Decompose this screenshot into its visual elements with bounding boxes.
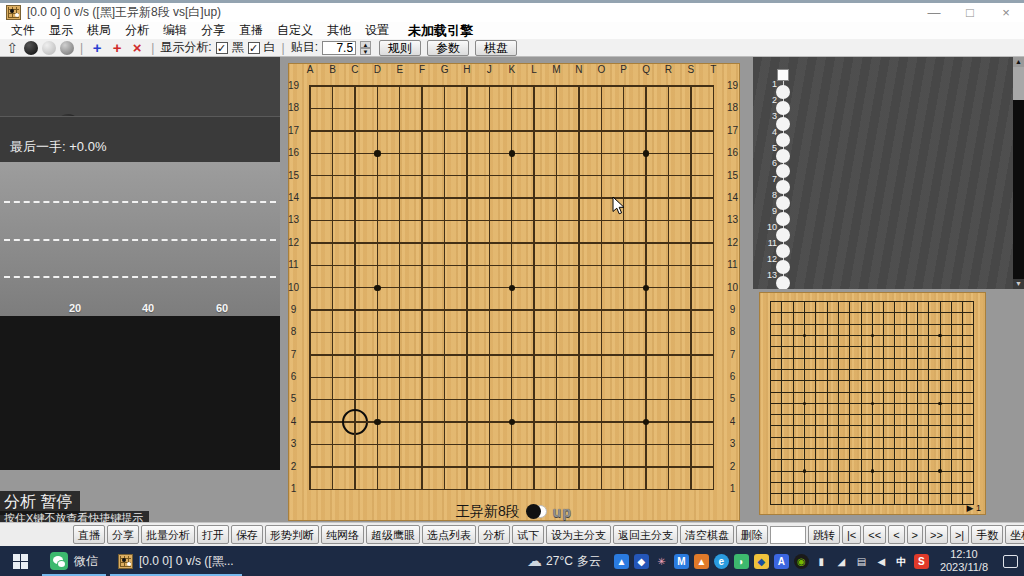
menu-自定义[interactable]: 自定义 bbox=[270, 22, 320, 39]
board-cell-Q12[interactable] bbox=[635, 232, 657, 254]
board-cell-G17[interactable] bbox=[433, 120, 455, 142]
board-cell-D4[interactable] bbox=[799, 465, 810, 476]
board-cell-P2[interactable] bbox=[612, 456, 634, 478]
board-cell-C6[interactable] bbox=[788, 443, 799, 454]
board-cell-H17[interactable] bbox=[456, 120, 478, 142]
scroll-down-icon[interactable]: ▼ bbox=[1013, 279, 1024, 289]
board-cell-H3[interactable] bbox=[456, 433, 478, 455]
board-cell-O13[interactable] bbox=[590, 209, 612, 231]
board-cell-L18[interactable] bbox=[878, 307, 889, 318]
toolbar-button-棋盘[interactable]: 棋盘 bbox=[475, 40, 517, 56]
board-cell-A19[interactable] bbox=[765, 296, 776, 307]
board-cell-T14[interactable] bbox=[702, 187, 724, 209]
board-cell-F4[interactable] bbox=[411, 411, 433, 433]
board-cell-L13[interactable] bbox=[523, 209, 545, 231]
white-analysis-checkbox[interactable]: ✓ bbox=[248, 42, 260, 54]
board-cell-O4[interactable] bbox=[912, 465, 923, 476]
bottom-button-设为主分支[interactable]: 设为主分支 bbox=[546, 525, 611, 544]
board-cell-L18[interactable] bbox=[523, 97, 545, 119]
board-cell-P3[interactable] bbox=[923, 477, 934, 488]
board-cell-K8[interactable] bbox=[501, 321, 523, 343]
board-cell-R11[interactable] bbox=[657, 254, 679, 276]
upload-arrow-icon[interactable]: ⇧ bbox=[4, 40, 20, 56]
board-cell-D17[interactable] bbox=[799, 319, 810, 330]
board-cell-J17[interactable] bbox=[478, 120, 500, 142]
board-cell-A6[interactable] bbox=[299, 366, 321, 388]
board-cell-O12[interactable] bbox=[912, 375, 923, 386]
board-cell-G19[interactable] bbox=[833, 296, 844, 307]
board-cell-L10[interactable] bbox=[878, 398, 889, 409]
board-cell-G16[interactable] bbox=[833, 330, 844, 341]
board-cell-H19[interactable] bbox=[844, 296, 855, 307]
board-cell-J6[interactable] bbox=[855, 443, 866, 454]
board-cell-K3[interactable] bbox=[501, 433, 523, 455]
board-cell-S12[interactable] bbox=[957, 375, 968, 386]
board-cell-T18[interactable] bbox=[702, 97, 724, 119]
board-cell-N18[interactable] bbox=[568, 97, 590, 119]
board-cell-K11[interactable] bbox=[501, 254, 523, 276]
board-cell-F13[interactable] bbox=[821, 364, 832, 375]
board-cell-P18[interactable] bbox=[923, 307, 934, 318]
board-cell-N1[interactable] bbox=[568, 478, 590, 500]
board-cell-D19[interactable] bbox=[799, 296, 810, 307]
board-cell-K4[interactable] bbox=[867, 465, 878, 476]
board-cell-O7[interactable] bbox=[912, 432, 923, 443]
board-cell-E8[interactable] bbox=[810, 420, 821, 431]
board-cell-M2[interactable] bbox=[545, 456, 567, 478]
board-cell-R15[interactable] bbox=[657, 165, 679, 187]
board-cell-E10[interactable] bbox=[810, 398, 821, 409]
komi-input[interactable] bbox=[322, 41, 356, 55]
board-cell-E2[interactable] bbox=[810, 488, 821, 499]
board-cell-B12[interactable] bbox=[321, 232, 343, 254]
board-cell-Q4[interactable] bbox=[635, 411, 657, 433]
board-cell-F6[interactable] bbox=[411, 366, 433, 388]
board-cell-Q17[interactable] bbox=[635, 120, 657, 142]
board-cell-T8[interactable] bbox=[968, 420, 979, 431]
board-cell-B18[interactable] bbox=[776, 307, 787, 318]
board-cell-M9[interactable] bbox=[545, 299, 567, 321]
board-cell-L15[interactable] bbox=[878, 341, 889, 352]
board-cell-F19[interactable] bbox=[411, 75, 433, 97]
board-cell-D6[interactable] bbox=[799, 443, 810, 454]
board-cell-Q8[interactable] bbox=[934, 420, 945, 431]
board-cell-A14[interactable] bbox=[299, 187, 321, 209]
board-cell-L3[interactable] bbox=[523, 433, 545, 455]
board-cell-F7[interactable] bbox=[411, 344, 433, 366]
board-cell-E12[interactable] bbox=[389, 232, 411, 254]
bottom-button-<<[interactable]: << bbox=[863, 525, 886, 544]
board-cell-K19[interactable] bbox=[501, 75, 523, 97]
board-cell-A19[interactable] bbox=[299, 75, 321, 97]
board-cell-R9[interactable] bbox=[657, 299, 679, 321]
board-cell-J11[interactable] bbox=[855, 386, 866, 397]
board-cell-S7[interactable] bbox=[680, 344, 702, 366]
board-cell-E10[interactable] bbox=[389, 277, 411, 299]
board-cell-Q1[interactable] bbox=[635, 478, 657, 500]
board-cell-G14[interactable] bbox=[833, 352, 844, 363]
board-cell-M4[interactable] bbox=[889, 465, 900, 476]
board-cell-C18[interactable] bbox=[788, 307, 799, 318]
board-cell-M12[interactable] bbox=[545, 232, 567, 254]
board-cell-P6[interactable] bbox=[612, 366, 634, 388]
board-cell-T4[interactable] bbox=[702, 411, 724, 433]
board-cell-Q5[interactable] bbox=[635, 388, 657, 410]
board-cell-F15[interactable] bbox=[411, 165, 433, 187]
board-cell-D7[interactable] bbox=[799, 432, 810, 443]
board-cell-A8[interactable] bbox=[765, 420, 776, 431]
red-x-icon[interactable]: × bbox=[129, 41, 145, 55]
board-cell-M13[interactable] bbox=[545, 209, 567, 231]
board-cell-P7[interactable] bbox=[923, 432, 934, 443]
board-cell-C12[interactable] bbox=[788, 375, 799, 386]
board-cell-C13[interactable] bbox=[344, 209, 366, 231]
ime-lang-tray-icon[interactable]: 中 bbox=[894, 554, 909, 569]
board-cell-A14[interactable] bbox=[765, 352, 776, 363]
board-cell-O5[interactable] bbox=[912, 454, 923, 465]
board-cell-E3[interactable] bbox=[810, 477, 821, 488]
board-cell-B9[interactable] bbox=[321, 299, 343, 321]
board-cell-M18[interactable] bbox=[889, 307, 900, 318]
board-cell-G19[interactable] bbox=[433, 75, 455, 97]
board-cell-A16[interactable] bbox=[299, 142, 321, 164]
board-cell-H8[interactable] bbox=[456, 321, 478, 343]
board-cell-L4[interactable] bbox=[878, 465, 889, 476]
board-cell-G1[interactable] bbox=[433, 478, 455, 500]
board-cell-H18[interactable] bbox=[456, 97, 478, 119]
board-cell-G2[interactable] bbox=[833, 488, 844, 499]
bottom-button-手数[interactable]: 手数 bbox=[971, 525, 1003, 544]
board-cell-E16[interactable] bbox=[810, 330, 821, 341]
board-cell-D2[interactable] bbox=[366, 456, 388, 478]
board-cell-J3[interactable] bbox=[855, 477, 866, 488]
board-cell-B10[interactable] bbox=[321, 277, 343, 299]
board-cell-O18[interactable] bbox=[590, 97, 612, 119]
board-cell-N7[interactable] bbox=[568, 344, 590, 366]
board-cell-E7[interactable] bbox=[389, 344, 411, 366]
board-cell-B2[interactable] bbox=[776, 488, 787, 499]
board-cell-P14[interactable] bbox=[923, 352, 934, 363]
board-cell-T3[interactable] bbox=[702, 433, 724, 455]
board-cell-K6[interactable] bbox=[867, 443, 878, 454]
board-cell-H3[interactable] bbox=[844, 477, 855, 488]
board-cell-J9[interactable] bbox=[478, 299, 500, 321]
board-cell-Q10[interactable] bbox=[934, 398, 945, 409]
board-cell-K14[interactable] bbox=[867, 352, 878, 363]
board-cell-A12[interactable] bbox=[765, 375, 776, 386]
board-cell-L16[interactable] bbox=[878, 330, 889, 341]
board-cell-J5[interactable] bbox=[478, 388, 500, 410]
board-cell-P11[interactable] bbox=[612, 254, 634, 276]
board-cell-O18[interactable] bbox=[912, 307, 923, 318]
board-cell-K15[interactable] bbox=[867, 341, 878, 352]
board-cell-H15[interactable] bbox=[456, 165, 478, 187]
board-cell-J2[interactable] bbox=[855, 488, 866, 499]
board-cell-B18[interactable] bbox=[321, 97, 343, 119]
board-cell-H16[interactable] bbox=[456, 142, 478, 164]
board-cell-B3[interactable] bbox=[776, 477, 787, 488]
board-cell-S8[interactable] bbox=[680, 321, 702, 343]
board-cell-G3[interactable] bbox=[833, 477, 844, 488]
board-cell-Q18[interactable] bbox=[934, 307, 945, 318]
board-cell-C5[interactable] bbox=[788, 454, 799, 465]
board-cell-A9[interactable] bbox=[299, 299, 321, 321]
board-cell-F12[interactable] bbox=[821, 375, 832, 386]
board-cell-C4[interactable] bbox=[788, 465, 799, 476]
board-cell-S11[interactable] bbox=[957, 386, 968, 397]
board-cell-O11[interactable] bbox=[912, 386, 923, 397]
board-cell-S10[interactable] bbox=[957, 398, 968, 409]
taskbar-clock[interactable]: 12:10 2023/11/8 bbox=[934, 548, 994, 574]
board-cell-O5[interactable] bbox=[590, 388, 612, 410]
board-cell-C18[interactable] bbox=[344, 97, 366, 119]
board-cell-H2[interactable] bbox=[844, 488, 855, 499]
board-cell-S18[interactable] bbox=[680, 97, 702, 119]
board-cell-P9[interactable] bbox=[612, 299, 634, 321]
board-cell-P12[interactable] bbox=[612, 232, 634, 254]
board-cell-K15[interactable] bbox=[501, 165, 523, 187]
scroll-up-icon[interactable]: ▲ bbox=[1013, 57, 1024, 67]
board-cell-K5[interactable] bbox=[501, 388, 523, 410]
board-cell-H4[interactable] bbox=[844, 465, 855, 476]
board-cell-K9[interactable] bbox=[501, 299, 523, 321]
bottom-button-|<[interactable]: |< bbox=[842, 525, 861, 544]
gray-stone-tool-icon[interactable] bbox=[42, 41, 56, 55]
board-cell-N11[interactable] bbox=[901, 386, 912, 397]
move-tree-node-10[interactable] bbox=[776, 228, 790, 242]
board-cell-L7[interactable] bbox=[878, 432, 889, 443]
board-cell-K11[interactable] bbox=[867, 386, 878, 397]
board-cell-T11[interactable] bbox=[702, 254, 724, 276]
board-cell-J19[interactable] bbox=[478, 75, 500, 97]
board-cell-M9[interactable] bbox=[889, 409, 900, 420]
board-cell-L16[interactable] bbox=[523, 142, 545, 164]
board-cell-K5[interactable] bbox=[867, 454, 878, 465]
board-cell-C2[interactable] bbox=[344, 456, 366, 478]
toolbar-button-参数[interactable]: 参数 bbox=[427, 40, 469, 56]
move-tree-panel[interactable]: 12345678910111213 bbox=[753, 57, 1013, 289]
board-cell-T12[interactable] bbox=[702, 232, 724, 254]
board-cell-P18[interactable] bbox=[612, 97, 634, 119]
board-cell-J15[interactable] bbox=[855, 341, 866, 352]
board-cell-G5[interactable] bbox=[833, 454, 844, 465]
defender-tray-icon[interactable]: ◆ bbox=[754, 554, 769, 569]
board-cell-H6[interactable] bbox=[844, 443, 855, 454]
board-cell-P2[interactable] bbox=[923, 488, 934, 499]
board-cell-S18[interactable] bbox=[957, 307, 968, 318]
board-cell-G1[interactable] bbox=[833, 499, 844, 510]
board-cell-T13[interactable] bbox=[702, 209, 724, 231]
board-cell-M8[interactable] bbox=[545, 321, 567, 343]
board-cell-M15[interactable] bbox=[889, 341, 900, 352]
board-cell-O10[interactable] bbox=[590, 277, 612, 299]
board-cell-T17[interactable] bbox=[702, 120, 724, 142]
board-cell-M1[interactable] bbox=[889, 499, 900, 510]
board-cell-Q13[interactable] bbox=[635, 209, 657, 231]
board-cell-P1[interactable] bbox=[923, 499, 934, 510]
board-cell-G6[interactable] bbox=[833, 443, 844, 454]
board-cell-J15[interactable] bbox=[478, 165, 500, 187]
board-cell-R1[interactable] bbox=[657, 478, 679, 500]
board-cell-D19[interactable] bbox=[366, 75, 388, 97]
board-cell-P8[interactable] bbox=[923, 420, 934, 431]
board-cell-O14[interactable] bbox=[590, 187, 612, 209]
board-cell-B15[interactable] bbox=[776, 341, 787, 352]
board-cell-M11[interactable] bbox=[889, 386, 900, 397]
board-cell-C1[interactable] bbox=[788, 499, 799, 510]
board-cell-P10[interactable] bbox=[612, 277, 634, 299]
board-cell-O6[interactable] bbox=[912, 443, 923, 454]
board-cell-T15[interactable] bbox=[968, 341, 979, 352]
board-cell-P12[interactable] bbox=[923, 375, 934, 386]
red-cross-icon[interactable]: + bbox=[109, 41, 125, 55]
board-cell-J3[interactable] bbox=[478, 433, 500, 455]
board-cell-O9[interactable] bbox=[912, 409, 923, 420]
sogou-tray-icon[interactable]: S bbox=[914, 554, 929, 569]
board-cell-O19[interactable] bbox=[912, 296, 923, 307]
board-cell-N8[interactable] bbox=[901, 420, 912, 431]
board-cell-J10[interactable] bbox=[478, 277, 500, 299]
board-cell-M3[interactable] bbox=[889, 477, 900, 488]
board-cell-B4[interactable] bbox=[321, 411, 343, 433]
board-cell-N7[interactable] bbox=[901, 432, 912, 443]
board-cell-O8[interactable] bbox=[590, 321, 612, 343]
board-cell-N15[interactable] bbox=[568, 165, 590, 187]
board-cell-D11[interactable] bbox=[799, 386, 810, 397]
board-cell-K7[interactable] bbox=[867, 432, 878, 443]
board-cell-K4[interactable] bbox=[501, 411, 523, 433]
board-cell-G9[interactable] bbox=[433, 299, 455, 321]
board-cell-H1[interactable] bbox=[456, 478, 478, 500]
board-cell-S17[interactable] bbox=[680, 120, 702, 142]
board-cell-R13[interactable] bbox=[946, 364, 957, 375]
board-cell-M3[interactable] bbox=[545, 433, 567, 455]
board-cell-T7[interactable] bbox=[702, 344, 724, 366]
board-cell-R9[interactable] bbox=[946, 409, 957, 420]
board-cell-S5[interactable] bbox=[957, 454, 968, 465]
board-cell-Q3[interactable] bbox=[934, 477, 945, 488]
board-cell-B19[interactable] bbox=[776, 296, 787, 307]
board-cell-N18[interactable] bbox=[901, 307, 912, 318]
move-tree-node-3[interactable] bbox=[776, 117, 790, 131]
board-cell-R7[interactable] bbox=[946, 432, 957, 443]
board-cell-R15[interactable] bbox=[946, 341, 957, 352]
black-stone-tool-icon[interactable] bbox=[24, 41, 38, 55]
board-cell-F12[interactable] bbox=[411, 232, 433, 254]
board-cell-T7[interactable] bbox=[968, 432, 979, 443]
board-cell-C7[interactable] bbox=[344, 344, 366, 366]
media-tray-icon[interactable]: ▲ bbox=[694, 554, 709, 569]
board-cell-F18[interactable] bbox=[821, 307, 832, 318]
board-cell-F2[interactable] bbox=[821, 488, 832, 499]
dark-stone-tool-icon[interactable] bbox=[60, 41, 74, 55]
board-cell-G10[interactable] bbox=[433, 277, 455, 299]
board-cell-E5[interactable] bbox=[810, 454, 821, 465]
board-cell-Q8[interactable] bbox=[635, 321, 657, 343]
wifi-tray-icon[interactable]: ◢ bbox=[834, 554, 849, 569]
board-cell-A1[interactable] bbox=[765, 499, 776, 510]
board-cell-A1[interactable] bbox=[299, 478, 321, 500]
board-cell-B19[interactable] bbox=[321, 75, 343, 97]
board-cell-R11[interactable] bbox=[946, 386, 957, 397]
board-cell-B11[interactable] bbox=[321, 254, 343, 276]
board-cell-N12[interactable] bbox=[568, 232, 590, 254]
menu-编辑[interactable]: 编辑 bbox=[156, 22, 194, 39]
board-cell-H7[interactable] bbox=[844, 432, 855, 443]
board-cell-A7[interactable] bbox=[299, 344, 321, 366]
board-cell-M11[interactable] bbox=[545, 254, 567, 276]
board-cell-K1[interactable] bbox=[867, 499, 878, 510]
board-cell-C15[interactable] bbox=[788, 341, 799, 352]
board-cell-Q7[interactable] bbox=[934, 432, 945, 443]
board-cell-C19[interactable] bbox=[344, 75, 366, 97]
board-cell-H11[interactable] bbox=[456, 254, 478, 276]
board-cell-O16[interactable] bbox=[912, 330, 923, 341]
board-cell-O12[interactable] bbox=[590, 232, 612, 254]
board-cell-M7[interactable] bbox=[889, 432, 900, 443]
start-button[interactable] bbox=[0, 546, 40, 576]
board-cell-K17[interactable] bbox=[501, 120, 523, 142]
board-cell-S7[interactable] bbox=[957, 432, 968, 443]
board-cell-C9[interactable] bbox=[344, 299, 366, 321]
board-cell-A5[interactable] bbox=[299, 388, 321, 410]
board-cell-C14[interactable] bbox=[344, 187, 366, 209]
komi-spinner[interactable]: ▲▼ bbox=[360, 41, 371, 55]
board-cell-D13[interactable] bbox=[799, 364, 810, 375]
board-cell-S2[interactable] bbox=[680, 456, 702, 478]
board-cell-Q3[interactable] bbox=[635, 433, 657, 455]
board-cell-G11[interactable] bbox=[833, 386, 844, 397]
board-cell-L8[interactable] bbox=[878, 420, 889, 431]
board-cell-J1[interactable] bbox=[855, 499, 866, 510]
board-cell-S10[interactable] bbox=[680, 277, 702, 299]
board-cell-R12[interactable] bbox=[657, 232, 679, 254]
board-cell-E5[interactable] bbox=[389, 388, 411, 410]
board-cell-J6[interactable] bbox=[478, 366, 500, 388]
board-cell-B6[interactable] bbox=[321, 366, 343, 388]
board-cell-R6[interactable] bbox=[657, 366, 679, 388]
board-cell-R17[interactable] bbox=[657, 120, 679, 142]
board-cell-L13[interactable] bbox=[878, 364, 889, 375]
go-board[interactable]: ABCDEFGHJKLMNOPQRST 19181716151413121110… bbox=[288, 63, 740, 521]
board-cell-Q4[interactable] bbox=[934, 465, 945, 476]
board-cell-K16[interactable] bbox=[501, 142, 523, 164]
board-cell-F15[interactable] bbox=[821, 341, 832, 352]
board-cell-J14[interactable] bbox=[855, 352, 866, 363]
board-cell-D7[interactable] bbox=[366, 344, 388, 366]
board-cell-D8[interactable] bbox=[799, 420, 810, 431]
board-cell-L2[interactable] bbox=[878, 488, 889, 499]
bottom-button-试下[interactable]: 试下 bbox=[512, 525, 544, 544]
board-cell-G8[interactable] bbox=[433, 321, 455, 343]
board-cell-D13[interactable] bbox=[366, 209, 388, 231]
board-cell-M18[interactable] bbox=[545, 97, 567, 119]
board-cell-C16[interactable] bbox=[344, 142, 366, 164]
board-cell-B11[interactable] bbox=[776, 386, 787, 397]
board-cell-L5[interactable] bbox=[878, 454, 889, 465]
board-cell-S3[interactable] bbox=[957, 477, 968, 488]
tree-root-node[interactable] bbox=[777, 69, 789, 81]
board-cell-B7[interactable] bbox=[776, 432, 787, 443]
board-cell-C19[interactable] bbox=[788, 296, 799, 307]
board-cell-L11[interactable] bbox=[878, 386, 889, 397]
menu-其他[interactable]: 其他 bbox=[320, 22, 358, 39]
board-cell-O17[interactable] bbox=[590, 120, 612, 142]
board-cell-F11[interactable] bbox=[411, 254, 433, 276]
board-cell-O8[interactable] bbox=[912, 420, 923, 431]
bottom-button-打开[interactable]: 打开 bbox=[197, 525, 229, 544]
browser-tray-icon[interactable]: e bbox=[714, 554, 729, 569]
